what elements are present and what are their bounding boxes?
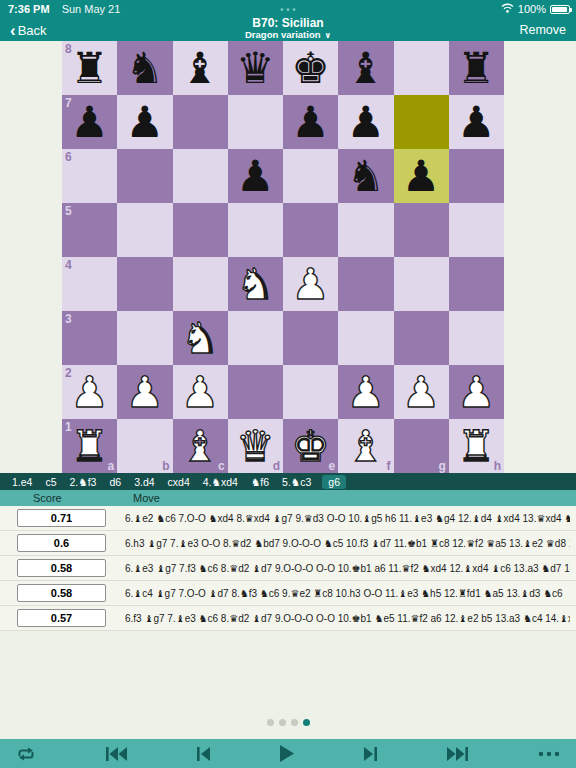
move-token-1[interactable]: c5: [43, 475, 58, 489]
piece-white-bishop-f1: ♝: [338, 419, 393, 473]
piece-black-knight-b8: ♞: [117, 41, 172, 95]
score-value: 0.58: [17, 559, 106, 577]
square-g2[interactable]: ♟: [394, 365, 449, 419]
piece-black-queen-d8: ♛: [228, 41, 283, 95]
square-e3[interactable]: [283, 311, 338, 365]
square-c1[interactable]: c♝: [173, 419, 228, 473]
analysis-table-header: Score Move: [0, 490, 576, 506]
square-c6[interactable]: [173, 149, 228, 203]
square-g5[interactable]: [394, 203, 449, 257]
square-h4[interactable]: [449, 257, 504, 311]
square-a8[interactable]: 8♜: [62, 41, 117, 95]
square-b6[interactable]: [117, 149, 172, 203]
square-b8[interactable]: ♞: [117, 41, 172, 95]
chevron-down-icon: ∨: [325, 31, 332, 40]
battery-percent: 100%: [518, 3, 546, 15]
square-a2[interactable]: 2♟: [62, 365, 117, 419]
square-a5[interactable]: 5: [62, 203, 117, 257]
square-a7[interactable]: 7♟: [62, 95, 117, 149]
square-d7[interactable]: [228, 95, 283, 149]
analysis-row-0[interactable]: 0.716.♝e2 ♞c6 7.O-O ♞xd4 8.♛xd4 ♝g7 9.♛d…: [0, 506, 576, 531]
analysis-row-4[interactable]: 0.576.f3 ♝g7 7.♝e3 ♞c6 8.♛d2 ♝d7 9.O-O-O…: [0, 606, 576, 631]
rank-label-3: 3: [65, 312, 72, 326]
piece-white-bishop-c1: ♝: [173, 419, 228, 473]
piece-white-knight-d4: ♞: [228, 257, 283, 311]
square-f5[interactable]: [338, 203, 393, 257]
square-h8[interactable]: ♜: [449, 41, 504, 95]
square-a6[interactable]: 6: [62, 149, 117, 203]
repeat-button[interactable]: [16, 739, 36, 768]
square-c2[interactable]: ♟: [173, 365, 228, 419]
status-date: Sun May 21: [62, 3, 121, 15]
analysis-row-1[interactable]: 0.66.h3 ♝g7 7.♝e3 O-O 8.♛d2 ♞bd7 9.O-O-O…: [0, 531, 576, 556]
piece-black-knight-f6: ♞: [338, 149, 393, 203]
analysis-row-2[interactable]: 0.586.♝e3 ♝g7 7.f3 ♞c6 8.♛d2 ♝d7 9.O-O-O…: [0, 556, 576, 581]
square-e2[interactable]: [283, 365, 338, 419]
square-b2[interactable]: ♟: [117, 365, 172, 419]
rank-label-4: 4: [65, 258, 72, 272]
square-e5[interactable]: [283, 203, 338, 257]
piece-black-pawn-g6: ♟: [394, 149, 449, 203]
piece-black-pawn-d6: ♟: [228, 149, 283, 203]
move-token-6[interactable]: 4.♞xd4: [201, 475, 240, 489]
navigation-bar: ‹Back B70: Sicilian Dragon variation∨ Re…: [0, 20, 576, 41]
piece-white-rook-a1: ♜: [62, 419, 117, 473]
square-b1[interactable]: b: [117, 419, 172, 473]
rank-label-5: 5: [65, 204, 72, 218]
move-strip: 1.e4c52.♞f3d63.d4cxd44.♞xd4♞f65.♞c3g6: [0, 473, 576, 490]
piece-white-pawn-f2: ♟: [338, 365, 393, 419]
battery-icon: [550, 5, 570, 14]
skip-to-start-button[interactable]: [106, 739, 127, 768]
status-right: 100%: [501, 3, 570, 15]
file-label-b: b: [162, 459, 169, 473]
square-g7[interactable]: [394, 95, 449, 149]
piece-white-pawn-a2: ♟: [62, 365, 117, 419]
move-token-7[interactable]: ♞f6: [249, 475, 271, 489]
analysis-table: 0.716.♝e2 ♞c6 7.O-O ♞xd4 8.♛xd4 ♝g7 9.♛d…: [0, 506, 576, 631]
piece-black-pawn-b7: ♟: [117, 95, 172, 149]
square-d4[interactable]: ♞: [228, 257, 283, 311]
square-b7[interactable]: ♟: [117, 95, 172, 149]
status-time: 7:36 PM: [8, 3, 50, 15]
square-a4[interactable]: 4: [62, 257, 117, 311]
move-line: 6.h3 ♝g7 7.♝e3 O-O 8.♛d2 ♞bd7 9.O-O-O ♞c…: [125, 531, 570, 556]
move-line: 6.♝c4 ♝g7 7.O-O ♝d7 8.♞f3 ♞c6 9.♛e2 ♜c8 …: [125, 581, 570, 606]
move-token-3[interactable]: d6: [107, 475, 123, 489]
square-e8[interactable]: ♚: [283, 41, 338, 95]
square-a1[interactable]: 1a♜: [62, 419, 117, 473]
piece-black-pawn-e7: ♟: [283, 95, 338, 149]
square-g1[interactable]: g: [394, 419, 449, 473]
piece-white-pawn-c2: ♟: [173, 365, 228, 419]
piece-black-rook-h8: ♜: [449, 41, 504, 95]
square-d2[interactable]: [228, 365, 283, 419]
square-d5[interactable]: [228, 203, 283, 257]
move-token-9[interactable]: g6: [322, 475, 346, 489]
square-d8[interactable]: ♛: [228, 41, 283, 95]
square-h3[interactable]: [449, 311, 504, 365]
score-column-header: Score: [33, 490, 62, 506]
file-label-g: g: [438, 459, 445, 473]
move-line: 6.♝e2 ♞c6 7.O-O ♞xd4 8.♛xd4 ♝g7 9.♛d3 O-…: [125, 506, 570, 531]
more-button[interactable]: [538, 739, 560, 768]
page-subtitle: Dragon variation∨: [0, 30, 576, 41]
square-f4[interactable]: [338, 257, 393, 311]
analysis-row-3[interactable]: 0.586.♝c4 ♝g7 7.O-O ♝d7 8.♞f3 ♞c6 9.♛e2 …: [0, 581, 576, 606]
move-token-0[interactable]: 1.e4: [10, 475, 34, 489]
score-value: 0.57: [17, 609, 106, 627]
piece-white-pawn-e4: ♟: [283, 257, 338, 311]
piece-white-knight-c3: ♞: [173, 311, 228, 365]
multitask-dots-icon: [281, 8, 296, 11]
page-dots[interactable]: [0, 719, 576, 726]
piece-black-bishop-f8: ♝: [338, 41, 393, 95]
square-g3[interactable]: [394, 311, 449, 365]
square-c8[interactable]: ♝: [173, 41, 228, 95]
piece-black-rook-a8: ♜: [62, 41, 117, 95]
page-dot-0[interactable]: [267, 719, 274, 726]
square-c3[interactable]: ♞: [173, 311, 228, 365]
wifi-icon: [501, 3, 514, 15]
status-left: 7:36 PM Sun May 21: [8, 3, 120, 15]
piece-white-queen-d1: ♛: [228, 419, 283, 473]
square-c4[interactable]: [173, 257, 228, 311]
square-e1[interactable]: e♚: [283, 419, 338, 473]
play-button[interactable]: [280, 739, 294, 768]
square-e7[interactable]: ♟: [283, 95, 338, 149]
move-line: 6.♝e3 ♝g7 7.f3 ♞c6 8.♛d2 ♝d7 9.O-O-O O-O…: [125, 556, 570, 581]
playback-toolbar: [0, 739, 576, 768]
square-e6[interactable]: [283, 149, 338, 203]
page-dot-2[interactable]: [291, 719, 298, 726]
square-e4[interactable]: ♟: [283, 257, 338, 311]
square-c7[interactable]: [173, 95, 228, 149]
piece-white-pawn-b2: ♟: [117, 365, 172, 419]
square-f1[interactable]: f♝: [338, 419, 393, 473]
move-token-5[interactable]: cxd4: [166, 475, 192, 489]
piece-black-bishop-c8: ♝: [173, 41, 228, 95]
nav-title-block[interactable]: B70: Sicilian Dragon variation∨: [0, 17, 576, 41]
square-a3[interactable]: 3: [62, 311, 117, 365]
move-token-2[interactable]: 2.♞f3: [68, 475, 99, 489]
square-g4[interactable]: [394, 257, 449, 311]
move-line: 6.f3 ♝g7 7.♝e3 ♞c6 8.♛d2 ♝d7 9.O-O-O O-O…: [125, 606, 570, 631]
move-token-8[interactable]: 5.♞c3: [280, 475, 313, 489]
piece-black-pawn-a7: ♟: [62, 95, 117, 149]
chess-board: 8♜♞♝♛♚♝♜7♟♟♟♟♟6♟♞♟54♞♟3♞2♟♟♟♟♟♟1a♜bc♝d♛e…: [62, 41, 504, 473]
piece-white-rook-h1: ♜: [449, 419, 504, 473]
square-b4[interactable]: [117, 257, 172, 311]
square-b5[interactable]: [117, 203, 172, 257]
page-dot-1[interactable]: [279, 719, 286, 726]
square-f7[interactable]: ♟: [338, 95, 393, 149]
square-f8[interactable]: ♝: [338, 41, 393, 95]
square-b3[interactable]: [117, 311, 172, 365]
piece-white-pawn-g2: ♟: [394, 365, 449, 419]
piece-white-pawn-h2: ♟: [449, 365, 504, 419]
square-h1[interactable]: h♜: [449, 419, 504, 473]
square-f2[interactable]: ♟: [338, 365, 393, 419]
piece-black-pawn-h7: ♟: [449, 95, 504, 149]
score-value: 0.6: [17, 534, 106, 552]
step-back-button[interactable]: [197, 739, 210, 768]
skip-to-end-button[interactable]: [447, 739, 468, 768]
square-c5[interactable]: [173, 203, 228, 257]
step-forward-button[interactable]: [364, 739, 377, 768]
piece-white-king-e1: ♚: [283, 419, 338, 473]
square-h6[interactable]: [449, 149, 504, 203]
square-h5[interactable]: [449, 203, 504, 257]
square-g6[interactable]: ♟: [394, 149, 449, 203]
square-h2[interactable]: ♟: [449, 365, 504, 419]
square-g8[interactable]: [394, 41, 449, 95]
remove-button[interactable]: Remove: [519, 23, 566, 37]
square-f3[interactable]: [338, 311, 393, 365]
score-value: 0.71: [17, 509, 106, 527]
rank-label-6: 6: [65, 150, 72, 164]
square-d3[interactable]: [228, 311, 283, 365]
square-f6[interactable]: ♞: [338, 149, 393, 203]
square-h7[interactable]: ♟: [449, 95, 504, 149]
square-d6[interactable]: ♟: [228, 149, 283, 203]
move-column-header: Move: [133, 490, 160, 506]
piece-black-king-e8: ♚: [283, 41, 338, 95]
score-value: 0.58: [17, 584, 106, 602]
page-dot-3[interactable]: [303, 719, 310, 726]
square-d1[interactable]: d♛: [228, 419, 283, 473]
move-token-4[interactable]: 3.d4: [132, 475, 156, 489]
piece-black-pawn-f7: ♟: [338, 95, 393, 149]
